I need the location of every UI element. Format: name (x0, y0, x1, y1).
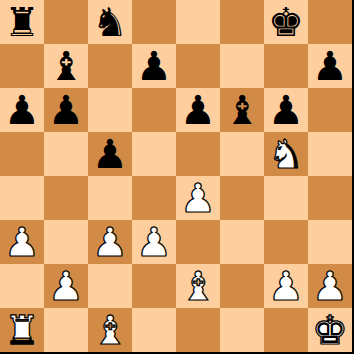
square-h4[interactable] (308, 176, 352, 220)
square-f7[interactable] (220, 44, 264, 88)
piece-black-pawn[interactable]: ♟ (180, 88, 216, 132)
square-b8[interactable] (44, 0, 88, 44)
piece-white-rook[interactable]: ♜ (4, 308, 40, 352)
piece-black-pawn[interactable]: ♟ (312, 44, 348, 88)
square-h1[interactable]: ♚ (308, 308, 352, 352)
square-a5[interactable] (0, 132, 44, 176)
piece-black-pawn[interactable]: ♟ (268, 88, 304, 132)
square-b5[interactable] (44, 132, 88, 176)
piece-white-king[interactable]: ♚ (312, 308, 348, 352)
square-e6[interactable]: ♟ (176, 88, 220, 132)
square-b1[interactable] (44, 308, 88, 352)
square-d1[interactable] (132, 308, 176, 352)
piece-black-knight[interactable]: ♞ (92, 0, 128, 44)
square-g8[interactable]: ♚ (264, 0, 308, 44)
piece-white-bishop[interactable]: ♝ (180, 264, 216, 308)
piece-white-pawn[interactable]: ♟ (92, 220, 128, 264)
square-d3[interactable]: ♟ (132, 220, 176, 264)
piece-black-pawn[interactable]: ♟ (136, 44, 172, 88)
square-a4[interactable] (0, 176, 44, 220)
square-f2[interactable] (220, 264, 264, 308)
piece-white-pawn[interactable]: ♟ (312, 264, 348, 308)
square-d4[interactable] (132, 176, 176, 220)
square-h2[interactable]: ♟ (308, 264, 352, 308)
square-d8[interactable] (132, 0, 176, 44)
square-g7[interactable] (264, 44, 308, 88)
square-h5[interactable] (308, 132, 352, 176)
square-g5[interactable]: ♞ (264, 132, 308, 176)
square-e3[interactable] (176, 220, 220, 264)
square-c2[interactable] (88, 264, 132, 308)
square-f8[interactable] (220, 0, 264, 44)
square-a6[interactable]: ♟ (0, 88, 44, 132)
square-h7[interactable]: ♟ (308, 44, 352, 88)
piece-white-pawn[interactable]: ♟ (4, 220, 40, 264)
square-c1[interactable]: ♝ (88, 308, 132, 352)
square-a7[interactable] (0, 44, 44, 88)
square-c4[interactable] (88, 176, 132, 220)
square-b7[interactable]: ♝ (44, 44, 88, 88)
piece-white-pawn[interactable]: ♟ (136, 220, 172, 264)
square-d5[interactable] (132, 132, 176, 176)
square-e7[interactable] (176, 44, 220, 88)
square-g1[interactable] (264, 308, 308, 352)
piece-black-pawn[interactable]: ♟ (92, 132, 128, 176)
square-a8[interactable]: ♜ (0, 0, 44, 44)
piece-black-king[interactable]: ♚ (268, 0, 304, 44)
piece-white-pawn[interactable]: ♟ (48, 264, 84, 308)
square-f5[interactable] (220, 132, 264, 176)
square-h6[interactable] (308, 88, 352, 132)
square-e4[interactable]: ♟ (176, 176, 220, 220)
square-g4[interactable] (264, 176, 308, 220)
square-f4[interactable] (220, 176, 264, 220)
chess-board-frame: ♜♞♚♝♟♟♟♟♟♝♟♟♞♟♟♟♟♟♝♟♟♜♝♚ (0, 0, 354, 354)
square-b3[interactable] (44, 220, 88, 264)
piece-white-bishop[interactable]: ♝ (92, 308, 128, 352)
square-e1[interactable] (176, 308, 220, 352)
square-h3[interactable] (308, 220, 352, 264)
square-g2[interactable]: ♟ (264, 264, 308, 308)
square-c5[interactable]: ♟ (88, 132, 132, 176)
piece-black-pawn[interactable]: ♟ (48, 88, 84, 132)
square-a3[interactable]: ♟ (0, 220, 44, 264)
square-g3[interactable] (264, 220, 308, 264)
square-c7[interactable] (88, 44, 132, 88)
piece-black-bishop[interactable]: ♝ (224, 88, 260, 132)
square-g6[interactable]: ♟ (264, 88, 308, 132)
piece-white-pawn[interactable]: ♟ (268, 264, 304, 308)
square-b6[interactable]: ♟ (44, 88, 88, 132)
square-e2[interactable]: ♝ (176, 264, 220, 308)
chess-board: ♜♞♚♝♟♟♟♟♟♝♟♟♞♟♟♟♟♟♝♟♟♜♝♚ (0, 0, 352, 352)
piece-black-pawn[interactable]: ♟ (4, 88, 40, 132)
square-d2[interactable] (132, 264, 176, 308)
square-c3[interactable]: ♟ (88, 220, 132, 264)
square-c6[interactable] (88, 88, 132, 132)
piece-white-pawn[interactable]: ♟ (180, 176, 216, 220)
piece-white-knight[interactable]: ♞ (268, 132, 304, 176)
square-b4[interactable] (44, 176, 88, 220)
piece-black-rook[interactable]: ♜ (4, 0, 40, 44)
square-f1[interactable] (220, 308, 264, 352)
square-e8[interactable] (176, 0, 220, 44)
square-d6[interactable] (132, 88, 176, 132)
square-e5[interactable] (176, 132, 220, 176)
square-a1[interactable]: ♜ (0, 308, 44, 352)
square-d7[interactable]: ♟ (132, 44, 176, 88)
piece-black-bishop[interactable]: ♝ (48, 44, 84, 88)
square-a2[interactable] (0, 264, 44, 308)
square-h8[interactable] (308, 0, 352, 44)
square-b2[interactable]: ♟ (44, 264, 88, 308)
square-f3[interactable] (220, 220, 264, 264)
square-c8[interactable]: ♞ (88, 0, 132, 44)
square-f6[interactable]: ♝ (220, 88, 264, 132)
